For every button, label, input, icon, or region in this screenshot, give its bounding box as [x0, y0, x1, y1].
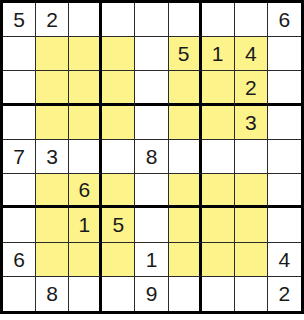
- cell-r2c4-window[interactable]: [102, 37, 135, 71]
- cell-r5c3[interactable]: [69, 140, 102, 174]
- cell-r9c9: 2: [268, 277, 301, 311]
- cell-r6c2-window[interactable]: [36, 174, 69, 208]
- cell-r6c4-window[interactable]: [102, 174, 135, 208]
- cell-r1c5[interactable]: [135, 3, 168, 37]
- cell-r2c3-window[interactable]: [69, 37, 102, 71]
- cell-r2c9[interactable]: [268, 37, 301, 71]
- cell-r6c3-window: 6: [69, 174, 102, 208]
- cell-r3c6-window[interactable]: [169, 71, 202, 105]
- cell-r5c5: 8: [135, 140, 168, 174]
- cell-r6c1[interactable]: [3, 174, 36, 208]
- cell-r8c7-window[interactable]: [202, 243, 235, 277]
- cell-r1c2: 2: [36, 3, 69, 37]
- cell-r7c1[interactable]: [3, 208, 36, 242]
- cell-r2c8-window: 4: [235, 37, 268, 71]
- cell-r5c7[interactable]: [202, 140, 235, 174]
- cell-r4c5[interactable]: [135, 106, 168, 140]
- cell-r4c1[interactable]: [3, 106, 36, 140]
- cell-r1c7[interactable]: [202, 3, 235, 37]
- cell-r4c6-window[interactable]: [169, 106, 202, 140]
- cell-r8c5: 1: [135, 243, 168, 277]
- cell-r8c4-window[interactable]: [102, 243, 135, 277]
- cell-r2c7-window: 1: [202, 37, 235, 71]
- cell-r6c8-window[interactable]: [235, 174, 268, 208]
- cell-r5c6[interactable]: [169, 140, 202, 174]
- cell-r9c7[interactable]: [202, 277, 235, 311]
- cell-r1c9: 6: [268, 3, 301, 37]
- cell-r3c3-window[interactable]: [69, 71, 102, 105]
- cell-r1c3[interactable]: [69, 3, 102, 37]
- cell-r7c9[interactable]: [268, 208, 301, 242]
- cell-r8c6-window[interactable]: [169, 243, 202, 277]
- cell-r2c2-window[interactable]: [36, 37, 69, 71]
- cell-r1c8[interactable]: [235, 3, 268, 37]
- cell-r3c8-window: 2: [235, 71, 268, 105]
- cell-r8c1: 6: [3, 243, 36, 277]
- cell-r2c1[interactable]: [3, 37, 36, 71]
- cell-r9c8[interactable]: [235, 277, 268, 311]
- cell-r8c2-window[interactable]: [36, 243, 69, 277]
- cell-r6c6-window[interactable]: [169, 174, 202, 208]
- cell-r9c4[interactable]: [102, 277, 135, 311]
- sudoku-board: 52651423738615614892: [0, 0, 304, 314]
- cell-r7c3-window: 1: [69, 208, 102, 242]
- cell-r7c6-window[interactable]: [169, 208, 202, 242]
- cell-r9c5: 9: [135, 277, 168, 311]
- cell-r6c7-window[interactable]: [202, 174, 235, 208]
- cell-r7c5[interactable]: [135, 208, 168, 242]
- cell-r5c8[interactable]: [235, 140, 268, 174]
- cell-r7c8-window[interactable]: [235, 208, 268, 242]
- cell-r7c2-window[interactable]: [36, 208, 69, 242]
- cell-r7c4-window: 5: [102, 208, 135, 242]
- cell-r9c6[interactable]: [169, 277, 202, 311]
- cell-r8c8-window[interactable]: [235, 243, 268, 277]
- cell-r6c9[interactable]: [268, 174, 301, 208]
- cell-r5c9[interactable]: [268, 140, 301, 174]
- cell-r5c1: 7: [3, 140, 36, 174]
- cell-r2c5[interactable]: [135, 37, 168, 71]
- cell-r3c1[interactable]: [3, 71, 36, 105]
- cell-r8c9: 4: [268, 243, 301, 277]
- cell-r4c2-window[interactable]: [36, 106, 69, 140]
- cell-r4c4-window[interactable]: [102, 106, 135, 140]
- cell-r8c3-window[interactable]: [69, 243, 102, 277]
- cell-r3c4-window[interactable]: [102, 71, 135, 105]
- cell-r4c9[interactable]: [268, 106, 301, 140]
- cell-r1c4[interactable]: [102, 3, 135, 37]
- cell-r1c1: 5: [3, 3, 36, 37]
- cell-r9c2: 8: [36, 277, 69, 311]
- cell-r3c5[interactable]: [135, 71, 168, 105]
- cell-r3c2-window[interactable]: [36, 71, 69, 105]
- cell-r6c5[interactable]: [135, 174, 168, 208]
- cell-r4c7-window[interactable]: [202, 106, 235, 140]
- cell-r3c9[interactable]: [268, 71, 301, 105]
- cell-r2c6-window: 5: [169, 37, 202, 71]
- cell-r3c7-window[interactable]: [202, 71, 235, 105]
- cell-r1c6[interactable]: [169, 3, 202, 37]
- cell-r4c8-window: 3: [235, 106, 268, 140]
- cell-r5c2: 3: [36, 140, 69, 174]
- cell-r7c7-window[interactable]: [202, 208, 235, 242]
- cell-r5c4[interactable]: [102, 140, 135, 174]
- cell-r4c3-window[interactable]: [69, 106, 102, 140]
- cell-r9c3[interactable]: [69, 277, 102, 311]
- cell-r9c1[interactable]: [3, 277, 36, 311]
